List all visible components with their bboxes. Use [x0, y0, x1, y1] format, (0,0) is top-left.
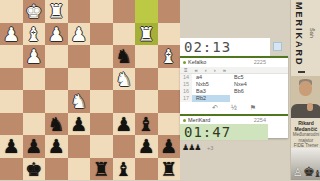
next-move-icon[interactable]: ›	[214, 67, 216, 74]
move-15-white[interactable]: Nxb5	[192, 81, 230, 88]
black-king-piece: ♚	[23, 158, 46, 181]
square-h2[interactable]: ♟	[0, 23, 23, 46]
square-c5[interactable]	[113, 90, 136, 113]
square-e4[interactable]	[68, 68, 91, 91]
move-number: 16	[180, 88, 192, 95]
square-g2[interactable]: ♝	[23, 23, 46, 46]
black-rook-piece: ♜	[158, 158, 181, 181]
square-h5[interactable]	[0, 90, 23, 113]
square-e5[interactable]: ♞	[68, 90, 91, 113]
square-a7[interactable]: ♟	[158, 135, 181, 158]
square-f8[interactable]	[45, 158, 68, 181]
black-pawn-piece: ♟	[68, 113, 91, 136]
black-knight-piece: ♞	[113, 45, 136, 68]
square-a6[interactable]	[158, 113, 181, 136]
square-f4[interactable]	[45, 68, 68, 91]
menu-icon[interactable]: ≡	[184, 67, 188, 74]
square-e7[interactable]	[68, 135, 91, 158]
person-info: Rikard Medančić Međunarodni majstor FIDE…	[291, 120, 320, 149]
move-row: 16Ba3Bb6	[180, 88, 288, 95]
square-h7[interactable]: ♟	[0, 135, 23, 158]
material-advantage-value: +3	[207, 145, 213, 151]
white-knight-piece: ♞	[113, 68, 136, 91]
move-row: 15Nxb5Nxe4	[180, 81, 288, 88]
square-a4[interactable]	[158, 68, 181, 91]
square-f1[interactable]: ♜	[45, 0, 68, 23]
square-a1[interactable]	[158, 0, 181, 23]
square-b4[interactable]	[135, 68, 158, 91]
expand-icon[interactable]	[273, 42, 282, 51]
white-knight-piece: ♞	[68, 90, 91, 113]
move-17-black[interactable]	[230, 95, 268, 102]
square-c1[interactable]	[113, 0, 136, 23]
square-f2[interactable]: ♟	[45, 23, 68, 46]
white-pawn-piece: ♟	[23, 45, 46, 68]
square-a3[interactable]: ♝	[158, 45, 181, 68]
person-title: Međunarodni majstor	[291, 132, 320, 143]
move-17-white[interactable]: Rb2	[192, 95, 230, 102]
move-number: 15	[180, 81, 192, 88]
white-bishop-piece: ♝	[23, 23, 46, 46]
square-d1[interactable]	[90, 0, 113, 23]
last-move-icon[interactable]: »	[223, 67, 226, 74]
square-d8[interactable]: ♜	[90, 158, 113, 181]
move-list: 14a4Bc515Nxb5Nxe416Ba3Bb617Rb2	[180, 74, 288, 102]
move-16-white[interactable]: Ba3	[192, 88, 230, 95]
resign-icon[interactable]: ⚑	[250, 102, 256, 114]
black-pawn-piece: ♟	[23, 135, 46, 158]
black-pawn-piece: ♟	[45, 135, 68, 158]
square-b1[interactable]	[135, 0, 158, 23]
square-d5[interactable]	[90, 90, 113, 113]
square-a8[interactable]: ♜	[158, 158, 181, 181]
white-pawn-piece: ♟	[0, 23, 23, 46]
bottom-player-clock-active: 01:47	[180, 124, 268, 140]
draw-offer-icon[interactable]: ½	[231, 102, 237, 114]
square-c4[interactable]: ♞	[113, 68, 136, 91]
white-king-piece: ♚	[23, 0, 46, 23]
online-dot-icon	[183, 119, 186, 122]
square-c6[interactable]: ♟	[113, 113, 136, 136]
black-pawn-piece: ♟	[158, 135, 181, 158]
square-f6[interactable]: ♞	[45, 113, 68, 136]
top-player-rating: 2225	[254, 58, 266, 67]
white-pawn-piece: ♟	[45, 23, 68, 46]
square-f5[interactable]	[45, 90, 68, 113]
white-rook-piece: ♜	[135, 23, 158, 46]
square-g5[interactable]	[23, 90, 46, 113]
move-row: 14a4Bc5	[180, 74, 288, 81]
game-action-bar: ↶½⚑	[180, 102, 288, 114]
square-h4[interactable]	[0, 68, 23, 91]
square-d6[interactable]	[90, 113, 113, 136]
square-g4[interactable]	[23, 68, 46, 91]
square-b3[interactable]	[135, 45, 158, 68]
square-e1[interactable]	[68, 0, 91, 23]
black-knight-piece: ♞	[45, 113, 68, 136]
prev-move-icon[interactable]: ‹	[205, 67, 207, 74]
black-bishop-piece: ♝	[135, 113, 158, 136]
square-b5[interactable]	[135, 90, 158, 113]
square-g8[interactable]: ♚	[23, 158, 46, 181]
square-c2[interactable]	[113, 23, 136, 46]
black-pawn-piece: ♟	[0, 135, 23, 158]
white-bishop-piece: ♝	[158, 45, 181, 68]
brand-title: MERIKARD	[294, 2, 304, 68]
chess-board[interactable]: ♚♜♟♝♟♟♜♟♞♝♞♞♞♟♟♝♟♟♟♟♟♚♜♝♜	[0, 0, 180, 180]
black-bishop-piece: ♝	[113, 158, 136, 181]
move-number: 14	[180, 74, 192, 81]
square-e6[interactable]: ♟	[68, 113, 91, 136]
brand-dash	[298, 71, 305, 73]
move-16-black[interactable]: Bb6	[230, 88, 268, 95]
black-pawn-piece: ♟	[113, 113, 136, 136]
square-a2[interactable]	[158, 23, 181, 46]
square-e2[interactable]: ♟	[68, 23, 91, 46]
square-b6[interactable]: ♝	[135, 113, 158, 136]
square-h3[interactable]	[0, 45, 23, 68]
square-h6[interactable]	[0, 113, 23, 136]
top-player-name[interactable]: Kefalko	[188, 59, 206, 65]
square-g7[interactable]: ♟	[23, 135, 46, 158]
square-f7[interactable]: ♟	[45, 135, 68, 158]
square-h1[interactable]	[0, 0, 23, 23]
square-d3[interactable]	[90, 45, 113, 68]
square-b7[interactable]: ♟	[135, 135, 158, 158]
black-bishop-photo-icon: ♝	[313, 168, 320, 179]
captured-pawns-icon: ♟♟♟	[182, 143, 201, 152]
white-pawn-piece: ♟	[68, 23, 91, 46]
webcam-hand	[307, 103, 313, 111]
square-c3[interactable]: ♞	[113, 45, 136, 68]
square-b2[interactable]: ♜	[135, 23, 158, 46]
square-a5[interactable]	[158, 90, 181, 113]
webcam-face	[299, 81, 312, 96]
takeback-icon[interactable]: ↶	[212, 102, 218, 114]
move-number: 17	[180, 95, 192, 102]
square-d2[interactable]	[90, 23, 113, 46]
move-row: 17Rb2	[180, 95, 288, 102]
move-14-black[interactable]: Bc5	[230, 74, 268, 81]
move-nav-bar: ≡«‹›»	[180, 67, 288, 74]
brand-strip: MERIKARD Šah Rikard Medančić Međunarodni…	[290, 0, 320, 180]
material-advantage: ♟♟♟ +3	[182, 140, 213, 149]
square-d7[interactable]	[90, 135, 113, 158]
white-pawn-photo-icon: ♙	[293, 166, 303, 179]
square-c8[interactable]: ♝	[113, 158, 136, 181]
game-panel: 02:13 Kefalko 2225 ≡«‹›» 14a4Bc515Nxb5Nx…	[180, 0, 290, 180]
square-d4[interactable]	[90, 68, 113, 91]
square-b8[interactable]	[135, 158, 158, 181]
white-rook-piece: ♜	[45, 0, 68, 23]
square-f3[interactable]	[45, 45, 68, 68]
bottom-player-name[interactable]: MeriKard	[188, 117, 210, 123]
first-move-icon[interactable]: «	[195, 67, 198, 74]
square-h8[interactable]	[0, 158, 23, 181]
brand-subtitle: Šah	[309, 28, 315, 52]
move-14-white[interactable]: a4	[192, 74, 230, 81]
square-g1[interactable]: ♚	[23, 0, 46, 23]
square-c7[interactable]	[113, 135, 136, 158]
top-player-bar: Kefalko 2225	[180, 58, 288, 67]
move-15-black[interactable]: Nxe4	[230, 81, 268, 88]
square-e8[interactable]	[68, 158, 91, 181]
move-card: Kefalko 2225 ≡«‹›» 14a4Bc515Nxb5Nxe416Ba…	[180, 56, 288, 138]
webcam-photo	[291, 76, 320, 118]
webcam-shoulders	[291, 104, 320, 118]
online-dot-icon	[183, 61, 186, 64]
black-rook-piece: ♜	[90, 158, 113, 181]
person-name: Rikard Medančić	[291, 120, 320, 132]
chess-pieces-photo: ♙ ♚ ♝	[291, 148, 320, 180]
square-g6[interactable]	[23, 113, 46, 136]
top-player-clock: 02:13	[180, 38, 270, 56]
black-pawn-piece: ♟	[135, 135, 158, 158]
square-e3[interactable]	[68, 45, 91, 68]
square-g3[interactable]: ♟	[23, 45, 46, 68]
